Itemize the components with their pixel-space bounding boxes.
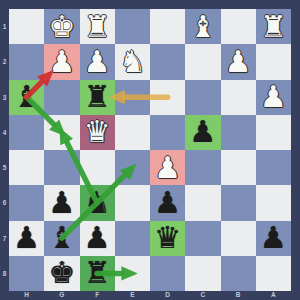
square-f4[interactable]: ♛ — [80, 115, 115, 150]
square-b6[interactable] — [221, 185, 256, 220]
square-e2[interactable]: ♞ — [115, 44, 150, 79]
square-e8[interactable] — [115, 256, 150, 291]
square-b1[interactable] — [221, 9, 256, 44]
chess-board: ♚♜♝♜♟♟♞♟♝♜♟♛♟♟♟♞♟♟♝♟♛♟♚♜ — [9, 9, 291, 291]
square-d5[interactable]: ♟ — [150, 150, 185, 185]
square-a2[interactable] — [256, 44, 291, 79]
piece-black-r-f3[interactable]: ♜ — [84, 82, 111, 112]
piece-black-p-f7[interactable]: ♟ — [84, 223, 111, 253]
square-a5[interactable] — [256, 150, 291, 185]
piece-black-k-g8[interactable]: ♚ — [48, 258, 75, 288]
square-b2[interactable]: ♟ — [221, 44, 256, 79]
square-g6[interactable]: ♟ — [44, 185, 79, 220]
square-h2[interactable] — [9, 44, 44, 79]
piece-white-p-b2[interactable]: ♟ — [225, 47, 252, 77]
square-a6[interactable] — [256, 185, 291, 220]
square-b3[interactable] — [221, 80, 256, 115]
square-b5[interactable] — [221, 150, 256, 185]
piece-black-q-d7[interactable]: ♛ — [154, 223, 181, 253]
piece-white-r-a1[interactable]: ♜ — [260, 12, 287, 42]
square-h3[interactable]: ♝ — [9, 80, 44, 115]
square-a4[interactable] — [256, 115, 291, 150]
piece-black-b-h3[interactable]: ♝ — [13, 82, 40, 112]
square-h5[interactable] — [9, 150, 44, 185]
file-label-e: E — [128, 291, 137, 300]
piece-white-p-d5[interactable]: ♟ — [154, 153, 181, 183]
square-h8[interactable] — [9, 256, 44, 291]
square-c1[interactable]: ♝ — [185, 9, 220, 44]
square-c5[interactable] — [185, 150, 220, 185]
square-c8[interactable] — [185, 256, 220, 291]
rank-label-3: 3 — [1, 94, 8, 101]
file-label-b: B — [234, 291, 243, 300]
square-e3[interactable] — [115, 80, 150, 115]
square-e4[interactable] — [115, 115, 150, 150]
square-d4[interactable] — [150, 115, 185, 150]
rank-label-8: 8 — [1, 270, 8, 277]
piece-black-n-f6[interactable]: ♞ — [84, 188, 111, 218]
piece-black-b-g7[interactable]: ♝ — [48, 223, 75, 253]
square-a3[interactable]: ♟ — [256, 80, 291, 115]
square-b4[interactable] — [221, 115, 256, 150]
piece-white-n-e2[interactable]: ♞ — [119, 47, 146, 77]
rank-label-4: 4 — [1, 129, 8, 136]
chess-board-app: ♚♜♝♜♟♟♞♟♝♜♟♛♟♟♟♞♟♟♝♟♛♟♚♜ 12345678HGFEDCB… — [0, 0, 300, 300]
rank-label-5: 5 — [1, 164, 8, 171]
square-g2[interactable]: ♟ — [44, 44, 79, 79]
rank-label-1: 1 — [1, 23, 8, 30]
square-e7[interactable] — [115, 221, 150, 256]
piece-black-r-f8[interactable]: ♜ — [84, 258, 111, 288]
file-label-h: H — [22, 291, 31, 300]
piece-white-p-g2[interactable]: ♟ — [48, 47, 75, 77]
square-f1[interactable]: ♜ — [80, 9, 115, 44]
square-h1[interactable] — [9, 9, 44, 44]
square-e5[interactable] — [115, 150, 150, 185]
square-d6[interactable]: ♟ — [150, 185, 185, 220]
square-a8[interactable] — [256, 256, 291, 291]
square-f6[interactable]: ♞ — [80, 185, 115, 220]
square-h6[interactable] — [9, 185, 44, 220]
file-label-a: A — [269, 291, 278, 300]
file-label-d: D — [163, 291, 172, 300]
square-a1[interactable]: ♜ — [256, 9, 291, 44]
square-b7[interactable] — [221, 221, 256, 256]
square-d2[interactable] — [150, 44, 185, 79]
piece-white-p-f2[interactable]: ♟ — [84, 47, 111, 77]
square-c3[interactable] — [185, 80, 220, 115]
square-d7[interactable]: ♛ — [150, 221, 185, 256]
square-g7[interactable]: ♝ — [44, 221, 79, 256]
square-d3[interactable] — [150, 80, 185, 115]
square-d8[interactable] — [150, 256, 185, 291]
piece-white-p-a3[interactable]: ♟ — [260, 82, 287, 112]
square-d1[interactable] — [150, 9, 185, 44]
square-g3[interactable] — [44, 80, 79, 115]
piece-black-p-h7[interactable]: ♟ — [13, 223, 40, 253]
square-h7[interactable]: ♟ — [9, 221, 44, 256]
square-c7[interactable] — [185, 221, 220, 256]
file-label-f: F — [93, 291, 102, 300]
square-g4[interactable] — [44, 115, 79, 150]
square-e1[interactable] — [115, 9, 150, 44]
rank-label-6: 6 — [1, 199, 8, 206]
piece-black-p-d6[interactable]: ♟ — [154, 188, 181, 218]
piece-white-b-c1[interactable]: ♝ — [189, 12, 216, 42]
rank-label-7: 7 — [1, 235, 8, 242]
piece-black-p-c4[interactable]: ♟ — [189, 117, 216, 147]
square-c6[interactable] — [185, 185, 220, 220]
square-h4[interactable] — [9, 115, 44, 150]
piece-white-k-g1[interactable]: ♚ — [48, 12, 75, 42]
piece-white-q-f4[interactable]: ♛ — [84, 117, 111, 147]
square-e6[interactable] — [115, 185, 150, 220]
square-f3[interactable]: ♜ — [80, 80, 115, 115]
square-g8[interactable]: ♚ — [44, 256, 79, 291]
square-f2[interactable]: ♟ — [80, 44, 115, 79]
file-label-g: G — [57, 291, 66, 300]
file-label-c: C — [198, 291, 207, 300]
square-f7[interactable]: ♟ — [80, 221, 115, 256]
square-a7[interactable]: ♟ — [256, 221, 291, 256]
square-c2[interactable] — [185, 44, 220, 79]
piece-black-p-g6[interactable]: ♟ — [48, 188, 75, 218]
rank-label-2: 2 — [1, 58, 8, 65]
piece-white-r-f1[interactable]: ♜ — [84, 12, 111, 42]
square-g1[interactable]: ♚ — [44, 9, 79, 44]
square-b8[interactable] — [221, 256, 256, 291]
square-f5[interactable] — [80, 150, 115, 185]
square-c4[interactable]: ♟ — [185, 115, 220, 150]
square-f8[interactable]: ♜ — [80, 256, 115, 291]
piece-black-p-a7[interactable]: ♟ — [260, 223, 287, 253]
square-g5[interactable] — [44, 150, 79, 185]
